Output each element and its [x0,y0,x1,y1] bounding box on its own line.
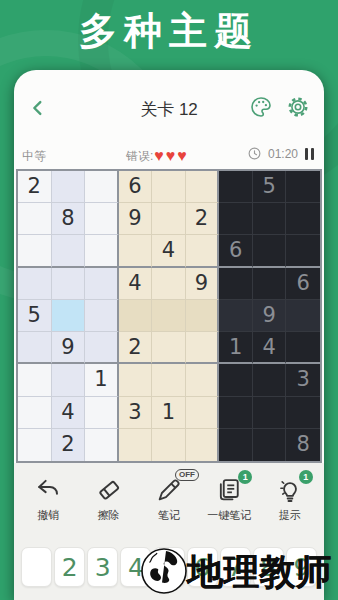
tool-label: 笔记 [158,508,180,523]
sudoku-cell-r2c9[interactable] [286,203,320,235]
sudoku-cell-r2c6[interactable]: 2 [186,203,220,235]
sudoku-cell-r8c6[interactable] [186,397,220,429]
sudoku-cell-r9c5[interactable] [152,429,186,461]
sudoku-cell-r5c6[interactable] [186,300,220,332]
sudoku-cell-r7c2[interactable] [52,364,86,396]
sudoku-cell-r9c3[interactable] [85,429,119,461]
hint-count-badge: 1 [299,470,313,484]
clock-icon [247,146,262,161]
sudoku-cell-r6c5[interactable] [152,332,186,364]
heart-icon: ♥ [177,147,189,164]
sudoku-cell-r4c9[interactable]: 6 [286,268,320,300]
palette-icon [249,95,273,119]
undo-button[interactable]: 撤销 [26,472,70,523]
sudoku-cell-r3c5[interactable]: 4 [152,235,186,267]
sudoku-cell-r7c1[interactable] [18,364,52,396]
sudoku-cell-r7c8[interactable] [253,364,287,396]
sudoku-cell-r8c5[interactable]: 1 [152,397,186,429]
difficulty-label: 中等 [22,148,46,165]
gear-icon [286,95,310,119]
sudoku-cell-r3c9[interactable] [286,235,320,267]
sudoku-cell-r8c1[interactable] [18,397,52,429]
tool-label: 提示 [279,508,301,523]
sudoku-cell-r6c2[interactable]: 9 [52,332,86,364]
sudoku-cell-r7c7[interactable] [219,364,253,396]
sudoku-cell-r8c2[interactable]: 4 [52,397,86,429]
numpad-key-1[interactable] [21,547,52,587]
sudoku-cell-r6c6[interactable] [186,332,220,364]
banner-title: 多种主题 [0,6,338,57]
sudoku-cell-r7c4[interactable] [119,364,153,396]
erase-button[interactable]: 擦除 [87,472,131,523]
sudoku-cell-r2c1[interactable] [18,203,52,235]
sudoku-cell-r5c1[interactable]: 5 [18,300,52,332]
sudoku-cell-r1c2[interactable] [52,171,86,203]
sudoku-cell-r5c2[interactable] [52,300,86,332]
sudoku-cell-r3c3[interactable] [85,235,119,267]
sudoku-cell-r7c9[interactable]: 3 [286,364,320,396]
sudoku-board: 265892464965992141343128 [16,169,322,463]
sudoku-cell-r2c5[interactable] [152,203,186,235]
settings-button[interactable] [286,95,310,119]
sudoku-cell-r6c7[interactable]: 1 [219,332,253,364]
sudoku-cell-r3c6[interactable] [186,235,220,267]
sudoku-cell-r5c9[interactable] [286,300,320,332]
undo-icon [34,476,62,504]
sudoku-cell-r4c8[interactable] [253,268,287,300]
hearts: ♥♥♥ [154,150,189,164]
app-screen: { "banner": { "title": "多种主题" }, "header… [0,0,338,600]
sudoku-cell-r1c1[interactable]: 2 [18,171,52,203]
sudoku-cell-r4c2[interactable] [52,268,86,300]
sudoku-cell-r4c7[interactable] [219,268,253,300]
header-bar: 关卡 12 [14,94,324,124]
sudoku-cell-r3c8[interactable] [253,235,287,267]
sudoku-cell-r6c3[interactable] [85,332,119,364]
sudoku-cell-r8c7[interactable] [219,397,253,429]
sudoku-cell-r9c4[interactable] [119,429,153,461]
mistakes-indicator: 错误: ♥♥♥ [126,148,189,165]
sudoku-cell-r9c2[interactable]: 2 [52,429,86,461]
sudoku-cell-r3c1[interactable] [18,235,52,267]
sudoku-cell-r5c7[interactable] [219,300,253,332]
sudoku-cell-r4c6[interactable]: 9 [186,268,220,300]
page-title: 关卡 12 [14,98,324,121]
sudoku-cell-r2c2[interactable]: 8 [52,203,86,235]
tool-label: 一键笔记 [207,508,251,523]
game-card: 关卡 12 中等 错误: ♥♥♥ [14,70,324,600]
sudoku-cell-r8c3[interactable] [85,397,119,429]
sudoku-cell-r4c5[interactable] [152,268,186,300]
sudoku-cell-r9c8[interactable] [253,429,287,461]
sudoku-cell-r2c7[interactable] [219,203,253,235]
notes-off-badge: OFF [175,469,199,481]
sudoku-cell-r9c7[interactable] [219,429,253,461]
sudoku-cell-r8c9[interactable] [286,397,320,429]
heart-icon: ♥ [166,147,178,164]
sudoku-cell-r6c9[interactable] [286,332,320,364]
sudoku-cell-r1c8[interactable]: 5 [253,171,287,203]
sudoku-cell-r5c4[interactable] [119,300,153,332]
watermark: 地理教师 [138,545,331,597]
auto-notes-button[interactable]: 1 一键笔记 [207,472,251,523]
watermark-text: 地理教师 [187,546,331,596]
numpad-key-2[interactable]: 2 [54,547,85,587]
sudoku-cell-r8c8[interactable] [253,397,287,429]
auto-notes-count-badge: 1 [238,470,252,484]
timer-value: 01:20 [268,147,298,161]
tool-label: 擦除 [98,508,120,523]
sudoku-cell-r1c3[interactable] [85,171,119,203]
sudoku-cell-r4c4[interactable]: 4 [119,268,153,300]
sudoku-cell-r7c5[interactable] [152,364,186,396]
sudoku-cell-r7c3[interactable]: 1 [85,364,119,396]
sudoku-cell-r3c4[interactable] [119,235,153,267]
hint-button[interactable]: 1 提示 [268,472,312,523]
sudoku-cell-r1c4[interactable]: 6 [119,171,153,203]
sudoku-cell-r6c8[interactable]: 4 [253,332,287,364]
sudoku-cell-r7c6[interactable] [186,364,220,396]
pause-button[interactable] [304,147,315,161]
sudoku-cell-r4c3[interactable] [85,268,119,300]
sudoku-cell-r9c6[interactable] [186,429,220,461]
mistakes-label: 错误: [126,148,153,165]
sudoku-cell-r1c9[interactable] [286,171,320,203]
sudoku-cell-r2c4[interactable]: 9 [119,203,153,235]
sudoku-cell-r1c6[interactable] [186,171,220,203]
sudoku-cell-r6c1[interactable] [18,332,52,364]
sudoku-cell-r5c3[interactable] [85,300,119,332]
sudoku-cell-r1c5[interactable] [152,171,186,203]
sudoku-cell-r8c4[interactable]: 3 [119,397,153,429]
sudoku-cell-r4c1[interactable] [18,268,52,300]
timer: 01:20 [247,146,315,161]
toolbar: 撤销 擦除 OFF 笔记 [18,472,320,534]
theme-palette-button[interactable] [249,95,273,119]
sudoku-cell-r3c2[interactable] [52,235,86,267]
sudoku-cell-r6c4[interactable]: 2 [119,332,153,364]
sudoku-cell-r3c7[interactable]: 6 [219,235,253,267]
tool-label: 撤销 [37,508,59,523]
sudoku-cell-r1c7[interactable] [219,171,253,203]
status-bar: 中等 错误: ♥♥♥ 01:20 [14,144,324,166]
sudoku-cell-r2c3[interactable] [85,203,119,235]
eraser-icon [95,476,123,504]
notes-button[interactable]: OFF 笔记 [147,472,191,523]
sudoku-cell-r5c5[interactable] [152,300,186,332]
sudoku-cell-r9c9[interactable]: 8 [286,429,320,461]
sudoku-cell-r5c8[interactable]: 9 [253,300,287,332]
sudoku-cell-r9c1[interactable] [18,429,52,461]
globe-logo-icon [138,545,190,597]
sudoku-cell-r2c8[interactable] [253,203,287,235]
numpad-key-3[interactable]: 3 [87,547,118,587]
heart-icon: ♥ [154,147,166,164]
